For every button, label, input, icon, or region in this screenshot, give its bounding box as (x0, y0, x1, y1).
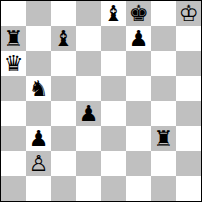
piece-black-pawn[interactable]: ♟ (29, 126, 49, 151)
square-a7[interactable]: ♜ (1, 26, 26, 51)
square-g5[interactable] (151, 76, 176, 101)
piece-white-pawn[interactable]: ♙ (29, 151, 49, 176)
square-c5[interactable] (51, 76, 76, 101)
piece-black-knight[interactable]: ♞ (29, 76, 49, 101)
square-c3[interactable] (51, 126, 76, 151)
square-c8[interactable] (51, 1, 76, 26)
square-d6[interactable] (76, 51, 101, 76)
piece-black-bishop[interactable]: ♝ (104, 1, 124, 26)
piece-black-rook[interactable]: ♜ (4, 26, 24, 51)
square-g1[interactable] (151, 176, 176, 201)
piece-black-queen[interactable]: ♛ (4, 51, 24, 76)
square-e2[interactable] (101, 151, 126, 176)
square-d3[interactable] (76, 126, 101, 151)
square-f6[interactable] (126, 51, 151, 76)
square-h3[interactable] (176, 126, 201, 151)
piece-black-rook[interactable]: ♜ (154, 126, 174, 151)
square-a2[interactable] (1, 151, 26, 176)
square-e7[interactable] (101, 26, 126, 51)
square-a3[interactable] (1, 126, 26, 151)
square-g3[interactable]: ♜ (151, 126, 176, 151)
square-c1[interactable] (51, 176, 76, 201)
square-a8[interactable] (1, 1, 26, 26)
square-f2[interactable] (126, 151, 151, 176)
piece-black-pawn[interactable]: ♟ (79, 101, 99, 126)
square-e4[interactable] (101, 101, 126, 126)
piece-white-king[interactable]: ♔ (179, 1, 199, 26)
square-f1[interactable] (126, 176, 151, 201)
square-b2[interactable]: ♙ (26, 151, 51, 176)
square-h8[interactable]: ♔ (176, 1, 201, 26)
piece-black-king[interactable]: ♚ (129, 1, 149, 26)
square-c4[interactable] (51, 101, 76, 126)
square-a4[interactable] (1, 101, 26, 126)
square-e1[interactable] (101, 176, 126, 201)
chess-board: ♝♚♔♜♝♟♛♞♟♟♜♙ (0, 0, 202, 202)
square-e3[interactable] (101, 126, 126, 151)
square-e6[interactable] (101, 51, 126, 76)
square-c2[interactable] (51, 151, 76, 176)
square-a6[interactable]: ♛ (1, 51, 26, 76)
square-g6[interactable] (151, 51, 176, 76)
square-g4[interactable] (151, 101, 176, 126)
square-d1[interactable] (76, 176, 101, 201)
square-h7[interactable] (176, 26, 201, 51)
square-h6[interactable] (176, 51, 201, 76)
piece-black-bishop[interactable]: ♝ (54, 26, 74, 51)
square-b5[interactable]: ♞ (26, 76, 51, 101)
square-e8[interactable]: ♝ (101, 1, 126, 26)
square-d8[interactable] (76, 1, 101, 26)
piece-black-pawn[interactable]: ♟ (129, 26, 149, 51)
square-b8[interactable] (26, 1, 51, 26)
square-b1[interactable] (26, 176, 51, 201)
square-h4[interactable] (176, 101, 201, 126)
square-h1[interactable] (176, 176, 201, 201)
square-f3[interactable] (126, 126, 151, 151)
square-f4[interactable] (126, 101, 151, 126)
square-f8[interactable]: ♚ (126, 1, 151, 26)
square-c6[interactable] (51, 51, 76, 76)
square-g2[interactable] (151, 151, 176, 176)
square-b7[interactable] (26, 26, 51, 51)
square-b6[interactable] (26, 51, 51, 76)
square-d5[interactable] (76, 76, 101, 101)
square-f7[interactable]: ♟ (126, 26, 151, 51)
square-e5[interactable] (101, 76, 126, 101)
square-d4[interactable]: ♟ (76, 101, 101, 126)
square-f5[interactable] (126, 76, 151, 101)
square-g8[interactable] (151, 1, 176, 26)
square-b4[interactable] (26, 101, 51, 126)
square-a5[interactable] (1, 76, 26, 101)
square-g7[interactable] (151, 26, 176, 51)
square-h2[interactable] (176, 151, 201, 176)
square-b3[interactable]: ♟ (26, 126, 51, 151)
square-h5[interactable] (176, 76, 201, 101)
square-c7[interactable]: ♝ (51, 26, 76, 51)
square-d7[interactable] (76, 26, 101, 51)
square-d2[interactable] (76, 151, 101, 176)
square-a1[interactable] (1, 176, 26, 201)
